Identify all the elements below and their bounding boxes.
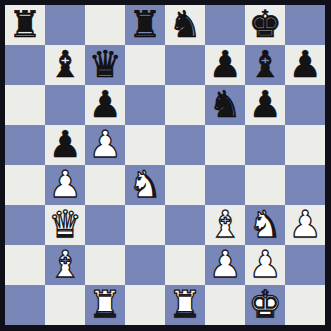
square-d2[interactable] bbox=[125, 245, 165, 285]
square-a2[interactable] bbox=[5, 245, 45, 285]
square-h8[interactable] bbox=[285, 5, 325, 45]
white-king: ♚ bbox=[248, 286, 281, 323]
square-h2[interactable] bbox=[285, 245, 325, 285]
square-g3[interactable]: ♞ bbox=[245, 205, 285, 245]
square-a5[interactable] bbox=[5, 125, 45, 165]
black-bishop: ♝ bbox=[48, 46, 81, 83]
square-g2[interactable]: ♟ bbox=[245, 245, 285, 285]
white-pawn: ♟ bbox=[48, 166, 81, 203]
square-h3[interactable]: ♟ bbox=[285, 205, 325, 245]
white-bishop: ♝ bbox=[208, 206, 241, 243]
square-e7[interactable] bbox=[165, 45, 205, 85]
square-a4[interactable] bbox=[5, 165, 45, 205]
square-b5[interactable]: ♟ bbox=[45, 125, 85, 165]
square-e1[interactable]: ♜ bbox=[165, 285, 205, 325]
square-d6[interactable] bbox=[125, 85, 165, 125]
white-rook: ♜ bbox=[168, 286, 201, 323]
black-rook: ♜ bbox=[128, 6, 161, 43]
square-f1[interactable] bbox=[205, 285, 245, 325]
square-c4[interactable] bbox=[85, 165, 125, 205]
chess-board: ♜♜♞♚♝♛♟♝♟♟♞♟♟♟♟♞♛♝♞♟♝♟♟♜♜♚ bbox=[0, 0, 331, 331]
black-pawn: ♟ bbox=[288, 46, 321, 83]
white-pawn: ♟ bbox=[288, 206, 321, 243]
square-b6[interactable] bbox=[45, 85, 85, 125]
black-pawn: ♟ bbox=[208, 46, 241, 83]
black-bishop: ♝ bbox=[248, 46, 281, 83]
square-g8[interactable]: ♚ bbox=[245, 5, 285, 45]
square-a7[interactable] bbox=[5, 45, 45, 85]
square-f8[interactable] bbox=[205, 5, 245, 45]
square-b1[interactable] bbox=[45, 285, 85, 325]
square-f6[interactable]: ♞ bbox=[205, 85, 245, 125]
square-c6[interactable]: ♟ bbox=[85, 85, 125, 125]
square-e2[interactable] bbox=[165, 245, 205, 285]
square-h4[interactable] bbox=[285, 165, 325, 205]
square-d7[interactable] bbox=[125, 45, 165, 85]
white-pawn: ♟ bbox=[248, 246, 281, 283]
square-h6[interactable] bbox=[285, 85, 325, 125]
square-b8[interactable] bbox=[45, 5, 85, 45]
square-f4[interactable] bbox=[205, 165, 245, 205]
square-c1[interactable]: ♜ bbox=[85, 285, 125, 325]
black-pawn: ♟ bbox=[88, 86, 121, 123]
square-b7[interactable]: ♝ bbox=[45, 45, 85, 85]
square-c7[interactable]: ♛ bbox=[85, 45, 125, 85]
black-king: ♚ bbox=[248, 6, 281, 43]
square-a6[interactable] bbox=[5, 85, 45, 125]
white-pawn: ♟ bbox=[88, 126, 121, 163]
square-a8[interactable]: ♜ bbox=[5, 5, 45, 45]
square-h7[interactable]: ♟ bbox=[285, 45, 325, 85]
square-e5[interactable] bbox=[165, 125, 205, 165]
square-d3[interactable] bbox=[125, 205, 165, 245]
square-a1[interactable] bbox=[5, 285, 45, 325]
square-g1[interactable]: ♚ bbox=[245, 285, 285, 325]
square-c3[interactable] bbox=[85, 205, 125, 245]
square-e6[interactable] bbox=[165, 85, 205, 125]
black-rook: ♜ bbox=[8, 6, 41, 43]
square-g6[interactable]: ♟ bbox=[245, 85, 285, 125]
square-f3[interactable]: ♝ bbox=[205, 205, 245, 245]
black-pawn: ♟ bbox=[248, 86, 281, 123]
square-e3[interactable] bbox=[165, 205, 205, 245]
square-f7[interactable]: ♟ bbox=[205, 45, 245, 85]
square-g4[interactable] bbox=[245, 165, 285, 205]
black-pawn: ♟ bbox=[48, 126, 81, 163]
white-knight: ♞ bbox=[248, 206, 281, 243]
square-e8[interactable]: ♞ bbox=[165, 5, 205, 45]
square-d5[interactable] bbox=[125, 125, 165, 165]
square-h5[interactable] bbox=[285, 125, 325, 165]
white-queen: ♛ bbox=[48, 206, 81, 243]
square-b4[interactable]: ♟ bbox=[45, 165, 85, 205]
square-c5[interactable]: ♟ bbox=[85, 125, 125, 165]
square-f2[interactable]: ♟ bbox=[205, 245, 245, 285]
chess-board-frame: ♜♜♞♚♝♛♟♝♟♟♞♟♟♟♟♞♛♝♞♟♝♟♟♜♜♚ bbox=[0, 0, 331, 331]
square-e4[interactable] bbox=[165, 165, 205, 205]
square-c8[interactable] bbox=[85, 5, 125, 45]
square-g5[interactable] bbox=[245, 125, 285, 165]
black-knight: ♞ bbox=[168, 6, 201, 43]
square-d4[interactable]: ♞ bbox=[125, 165, 165, 205]
square-h1[interactable] bbox=[285, 285, 325, 325]
white-bishop: ♝ bbox=[48, 246, 81, 283]
square-d8[interactable]: ♜ bbox=[125, 5, 165, 45]
white-knight: ♞ bbox=[128, 166, 161, 203]
black-knight: ♞ bbox=[208, 86, 241, 123]
white-rook: ♜ bbox=[88, 286, 121, 323]
square-b3[interactable]: ♛ bbox=[45, 205, 85, 245]
square-g7[interactable]: ♝ bbox=[245, 45, 285, 85]
square-f5[interactable] bbox=[205, 125, 245, 165]
square-a3[interactable] bbox=[5, 205, 45, 245]
white-pawn: ♟ bbox=[208, 246, 241, 283]
square-d1[interactable] bbox=[125, 285, 165, 325]
square-c2[interactable] bbox=[85, 245, 125, 285]
square-b2[interactable]: ♝ bbox=[45, 245, 85, 285]
black-queen: ♛ bbox=[88, 46, 121, 83]
